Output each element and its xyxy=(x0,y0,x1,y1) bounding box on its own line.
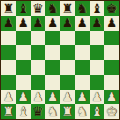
square-c4[interactable] xyxy=(31,60,46,75)
black-king: ♚ xyxy=(106,1,118,14)
square-f8[interactable]: ♞ xyxy=(75,1,90,16)
black-bishop: ♝ xyxy=(17,1,29,14)
black-rook: ♜ xyxy=(62,1,74,14)
square-a7[interactable]: ♟ xyxy=(1,16,16,31)
square-f5[interactable] xyxy=(75,45,90,60)
square-a8[interactable]: ♜ xyxy=(1,1,16,16)
square-h6[interactable] xyxy=(104,31,119,46)
square-g5[interactable] xyxy=(90,45,105,60)
chess-board: ♜♝♛♞♜♞♝♚♟♟♟♟♟♟♟♟♟♟♟♟♟♟♟♟♜♝♛♞♜♞♝♚ xyxy=(0,0,120,120)
square-g8[interactable]: ♝ xyxy=(90,1,105,16)
square-e7[interactable]: ♟ xyxy=(60,16,75,31)
square-b1[interactable]: ♝ xyxy=(16,104,31,119)
white-pawn: ♟ xyxy=(62,90,73,102)
square-g6[interactable] xyxy=(90,31,105,46)
square-d6[interactable] xyxy=(45,31,60,46)
square-h5[interactable] xyxy=(104,45,119,60)
white-king: ♚ xyxy=(106,105,118,118)
square-d5[interactable] xyxy=(45,45,60,60)
square-d1[interactable]: ♞ xyxy=(45,104,60,119)
square-h3[interactable] xyxy=(104,75,119,90)
black-pawn: ♟ xyxy=(3,17,14,29)
square-b7[interactable]: ♟ xyxy=(16,16,31,31)
square-a3[interactable] xyxy=(1,75,16,90)
square-h8[interactable]: ♚ xyxy=(104,1,119,16)
square-f2[interactable]: ♟ xyxy=(75,90,90,105)
square-c8[interactable]: ♛ xyxy=(31,1,46,16)
square-c3[interactable] xyxy=(31,75,46,90)
square-d7[interactable]: ♟ xyxy=(45,16,60,31)
white-bishop: ♝ xyxy=(17,105,29,118)
square-a2[interactable]: ♟ xyxy=(1,90,16,105)
square-h2[interactable]: ♟ xyxy=(104,90,119,105)
square-c2[interactable]: ♟ xyxy=(31,90,46,105)
square-b2[interactable]: ♟ xyxy=(16,90,31,105)
white-pawn: ♟ xyxy=(91,90,102,102)
black-knight: ♞ xyxy=(76,1,88,14)
white-rook: ♜ xyxy=(62,105,74,118)
square-b4[interactable] xyxy=(16,60,31,75)
square-e3[interactable] xyxy=(60,75,75,90)
square-f1[interactable]: ♞ xyxy=(75,104,90,119)
square-c5[interactable] xyxy=(31,45,46,60)
square-e6[interactable] xyxy=(60,31,75,46)
black-pawn: ♟ xyxy=(106,17,117,29)
white-pawn: ♟ xyxy=(47,90,58,102)
square-a1[interactable]: ♜ xyxy=(1,104,16,119)
square-f6[interactable] xyxy=(75,31,90,46)
white-knight: ♞ xyxy=(47,105,59,118)
black-pawn: ♟ xyxy=(62,17,73,29)
square-a4[interactable] xyxy=(1,60,16,75)
square-f3[interactable] xyxy=(75,75,90,90)
black-queen: ♛ xyxy=(32,1,44,14)
square-e8[interactable]: ♜ xyxy=(60,1,75,16)
square-d3[interactable] xyxy=(45,75,60,90)
square-h1[interactable]: ♚ xyxy=(104,104,119,119)
square-d2[interactable]: ♟ xyxy=(45,90,60,105)
black-queen: ♛ xyxy=(32,105,44,118)
black-rook: ♜ xyxy=(3,1,15,14)
square-g7[interactable]: ♟ xyxy=(90,16,105,31)
square-e1[interactable]: ♜ xyxy=(60,104,75,119)
square-b8[interactable]: ♝ xyxy=(16,1,31,16)
square-g4[interactable] xyxy=(90,60,105,75)
white-pawn: ♟ xyxy=(77,90,88,102)
white-knight: ♞ xyxy=(76,105,88,118)
white-pawn: ♟ xyxy=(106,90,117,102)
square-g3[interactable] xyxy=(90,75,105,90)
square-c7[interactable]: ♟ xyxy=(31,16,46,31)
square-d4[interactable] xyxy=(45,60,60,75)
black-pawn: ♟ xyxy=(32,17,43,29)
square-h4[interactable] xyxy=(104,60,119,75)
black-pawn: ♟ xyxy=(18,17,29,29)
square-b3[interactable] xyxy=(16,75,31,90)
white-pawn: ♟ xyxy=(18,90,29,102)
black-pawn: ♟ xyxy=(47,17,58,29)
square-e5[interactable] xyxy=(60,45,75,60)
black-knight: ♞ xyxy=(47,1,59,14)
square-c1[interactable]: ♛ xyxy=(31,104,46,119)
square-g1[interactable]: ♝ xyxy=(90,104,105,119)
square-f4[interactable] xyxy=(75,60,90,75)
square-h7[interactable]: ♟ xyxy=(104,16,119,31)
black-bishop: ♝ xyxy=(91,1,103,14)
white-bishop: ♝ xyxy=(91,105,103,118)
black-pawn: ♟ xyxy=(91,17,102,29)
white-pawn: ♟ xyxy=(32,90,43,102)
square-d8[interactable]: ♞ xyxy=(45,1,60,16)
square-a6[interactable] xyxy=(1,31,16,46)
square-b5[interactable] xyxy=(16,45,31,60)
white-pawn: ♟ xyxy=(3,90,14,102)
square-a5[interactable] xyxy=(1,45,16,60)
square-e2[interactable]: ♟ xyxy=(60,90,75,105)
square-b6[interactable] xyxy=(16,31,31,46)
black-pawn: ♟ xyxy=(77,17,88,29)
white-rook: ♜ xyxy=(3,105,15,118)
square-g2[interactable]: ♟ xyxy=(90,90,105,105)
square-f7[interactable]: ♟ xyxy=(75,16,90,31)
square-c6[interactable] xyxy=(31,31,46,46)
square-e4[interactable] xyxy=(60,60,75,75)
